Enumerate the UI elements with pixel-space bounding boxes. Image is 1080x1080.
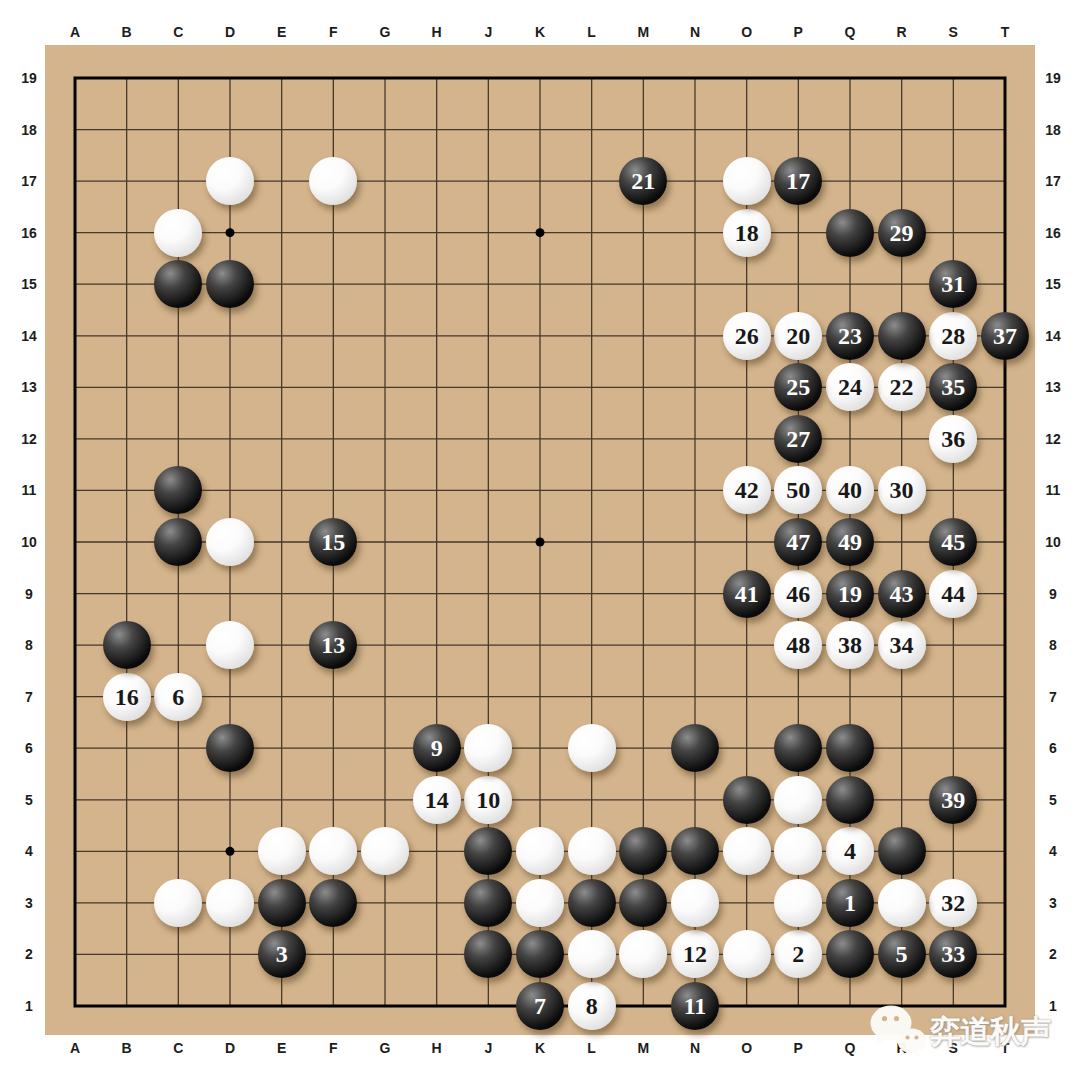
row-label-right-6: 6: [1036, 722, 1070, 774]
black-stone-C15: [154, 260, 202, 308]
col-label-top-B: B: [101, 18, 153, 46]
row-label-left-3: 3: [14, 877, 44, 929]
black-stone-S5: 39: [929, 776, 977, 824]
col-label-top-P: P: [772, 18, 824, 46]
black-stone-J2: [464, 930, 512, 978]
white-stone-L4: [568, 827, 616, 875]
white-stone-K3: [516, 879, 564, 927]
black-stone-Q3: 1: [826, 879, 874, 927]
row-label-right-11: 11: [1036, 465, 1070, 517]
black-stone-J3: [464, 879, 512, 927]
coordinate-labels-left: 19181716151413121110987654321: [14, 52, 44, 1032]
col-label-top-J: J: [462, 18, 514, 46]
black-stone-S2: 33: [929, 930, 977, 978]
black-stone-O9: 41: [723, 570, 771, 618]
white-stone-H5: 14: [413, 776, 461, 824]
white-stone-P9: 46: [774, 570, 822, 618]
row-label-left-8: 8: [14, 619, 44, 671]
white-stone-R11: 30: [878, 466, 926, 514]
white-stone-O14: 26: [723, 312, 771, 360]
white-stone-P3: [774, 879, 822, 927]
col-label-top-F: F: [308, 18, 360, 46]
col-label-top-K: K: [514, 18, 566, 46]
row-label-left-11: 11: [14, 465, 44, 517]
white-stone-S14: 28: [929, 312, 977, 360]
row-label-left-15: 15: [14, 258, 44, 310]
black-stone-N4: [671, 827, 719, 875]
row-label-left-9: 9: [14, 568, 44, 620]
white-stone-D3: [206, 879, 254, 927]
white-stone-E4: [258, 827, 306, 875]
row-label-right-4: 4: [1036, 826, 1070, 878]
black-stone-N1: 11: [671, 982, 719, 1030]
black-stone-R2: 5: [878, 930, 926, 978]
black-stone-R4: [878, 827, 926, 875]
white-stone-F17: [309, 157, 357, 205]
black-stone-S15: 31: [929, 260, 977, 308]
col-label-top-M: M: [617, 18, 669, 46]
white-stone-S12: 36: [929, 415, 977, 463]
white-stone-S3: 32: [929, 879, 977, 927]
black-stone-Q9: 19: [826, 570, 874, 618]
watermark-text: 弈道秋声: [930, 1011, 1050, 1053]
col-label-top-H: H: [411, 18, 463, 46]
white-stone-G4: [361, 827, 409, 875]
col-label-bottom-M: M: [617, 1034, 669, 1062]
col-label-bottom-D: D: [204, 1034, 256, 1062]
kifu-diagram-page: { "game": "go", "diagram_title": "", "bo…: [0, 0, 1080, 1080]
col-label-top-L: L: [566, 18, 618, 46]
col-label-bottom-P: P: [772, 1034, 824, 1062]
row-label-left-10: 10: [14, 516, 44, 568]
row-label-right-14: 14: [1036, 310, 1070, 362]
white-stone-N2: 12: [671, 930, 719, 978]
white-stone-P4: [774, 827, 822, 875]
black-stone-Q6: [826, 724, 874, 772]
black-stone-Q5: [826, 776, 874, 824]
row-label-left-12: 12: [14, 413, 44, 465]
black-stone-S13: 35: [929, 363, 977, 411]
white-stone-O16: 18: [723, 209, 771, 257]
black-stone-O5: [723, 776, 771, 824]
row-label-right-5: 5: [1036, 774, 1070, 826]
col-label-bottom-O: O: [721, 1034, 773, 1062]
black-stone-Q14: 23: [826, 312, 874, 360]
watermark: 弈道秋声: [866, 1000, 1072, 1064]
white-stone-C3: [154, 879, 202, 927]
row-label-left-16: 16: [14, 207, 44, 259]
white-stone-B7: 16: [103, 673, 151, 721]
row-label-left-1: 1: [14, 980, 44, 1032]
row-label-right-9: 9: [1036, 568, 1070, 620]
black-stone-C10: [154, 518, 202, 566]
black-stone-S10: 45: [929, 518, 977, 566]
col-label-top-Q: Q: [824, 18, 876, 46]
col-label-top-G: G: [359, 18, 411, 46]
row-label-right-17: 17: [1036, 155, 1070, 207]
white-stone-Q8: 38: [826, 621, 874, 669]
go-board: 1234567891011121314151617181920212223242…: [49, 52, 1031, 1032]
row-label-right-13: 13: [1036, 362, 1070, 414]
black-stone-Q10: 49: [826, 518, 874, 566]
white-stone-O17: [723, 157, 771, 205]
row-label-left-7: 7: [14, 671, 44, 723]
white-stone-P2: 2: [774, 930, 822, 978]
col-label-bottom-K: K: [514, 1034, 566, 1062]
col-label-top-R: R: [876, 18, 928, 46]
black-stone-J4: [464, 827, 512, 875]
col-label-bottom-N: N: [669, 1034, 721, 1062]
col-label-bottom-G: G: [359, 1034, 411, 1062]
white-stone-L1: 8: [568, 982, 616, 1030]
row-label-left-5: 5: [14, 774, 44, 826]
black-stone-D15: [206, 260, 254, 308]
white-stone-D17: [206, 157, 254, 205]
row-label-left-2: 2: [14, 929, 44, 981]
white-stone-Q11: 40: [826, 466, 874, 514]
white-stone-R13: 22: [878, 363, 926, 411]
black-stone-E2: 3: [258, 930, 306, 978]
white-stone-K4: [516, 827, 564, 875]
row-label-right-7: 7: [1036, 671, 1070, 723]
col-label-bottom-C: C: [153, 1034, 205, 1062]
row-label-right-2: 2: [1036, 929, 1070, 981]
white-stone-P8: 48: [774, 621, 822, 669]
white-stone-O11: 42: [723, 466, 771, 514]
white-stone-M2: [619, 930, 667, 978]
white-stone-F4: [309, 827, 357, 875]
row-label-right-19: 19: [1036, 52, 1070, 104]
white-stone-L2: [568, 930, 616, 978]
col-label-top-E: E: [256, 18, 308, 46]
row-label-right-3: 3: [1036, 877, 1070, 929]
col-label-bottom-L: L: [566, 1034, 618, 1062]
row-label-left-19: 19: [14, 52, 44, 104]
col-label-top-N: N: [669, 18, 721, 46]
white-stone-D8: [206, 621, 254, 669]
black-stone-K1: 7: [516, 982, 564, 1030]
white-stone-L6: [568, 724, 616, 772]
col-label-top-A: A: [49, 18, 101, 46]
col-label-bottom-H: H: [411, 1034, 463, 1062]
black-stone-P13: 25: [774, 363, 822, 411]
row-label-right-10: 10: [1036, 516, 1070, 568]
black-stone-C11: [154, 466, 202, 514]
black-stone-D6: [206, 724, 254, 772]
col-label-top-T: T: [979, 18, 1031, 46]
black-stone-Q2: [826, 930, 874, 978]
black-stone-M3: [619, 879, 667, 927]
white-stone-Q13: 24: [826, 363, 874, 411]
black-stone-P12: 27: [774, 415, 822, 463]
row-label-left-13: 13: [14, 362, 44, 414]
white-stone-C7: 6: [154, 673, 202, 721]
row-label-right-15: 15: [1036, 258, 1070, 310]
row-label-right-16: 16: [1036, 207, 1070, 259]
white-stone-C16: [154, 209, 202, 257]
white-stone-R8: 34: [878, 621, 926, 669]
row-label-left-4: 4: [14, 826, 44, 878]
coordinate-labels-right: 19181716151413121110987654321: [1036, 52, 1070, 1032]
row-label-right-18: 18: [1036, 104, 1070, 156]
row-label-left-18: 18: [14, 104, 44, 156]
col-label-bottom-E: E: [256, 1034, 308, 1062]
white-stone-N3: [671, 879, 719, 927]
black-stone-B8: [103, 621, 151, 669]
col-label-top-C: C: [153, 18, 205, 46]
row-label-left-17: 17: [14, 155, 44, 207]
wechat-icon: [866, 1003, 930, 1061]
col-label-bottom-J: J: [462, 1034, 514, 1062]
white-stone-S9: 44: [929, 570, 977, 618]
black-stone-N6: [671, 724, 719, 772]
row-label-right-8: 8: [1036, 619, 1070, 671]
white-stone-R3: [878, 879, 926, 927]
white-stone-Q4: 4: [826, 827, 874, 875]
white-stone-O2: [723, 930, 771, 978]
black-stone-M17: 21: [619, 157, 667, 205]
black-stone-R14: [878, 312, 926, 360]
black-stone-R9: 43: [878, 570, 926, 618]
white-stone-P5: [774, 776, 822, 824]
row-label-left-6: 6: [14, 722, 44, 774]
white-stone-O4: [723, 827, 771, 875]
white-stone-P14: 20: [774, 312, 822, 360]
black-stone-F10: 15: [309, 518, 357, 566]
black-stone-F8: 13: [309, 621, 357, 669]
black-stone-T14: 37: [981, 312, 1029, 360]
row-label-left-14: 14: [14, 310, 44, 362]
white-stone-J6: [464, 724, 512, 772]
col-label-top-S: S: [927, 18, 979, 46]
black-stone-K2: [516, 930, 564, 978]
white-stone-D10: [206, 518, 254, 566]
black-stone-Q16: [826, 209, 874, 257]
black-stone-E3: [258, 879, 306, 927]
white-stone-P11: 50: [774, 466, 822, 514]
white-stone-J5: 10: [464, 776, 512, 824]
black-stone-L3: [568, 879, 616, 927]
black-stone-F3: [309, 879, 357, 927]
black-stone-R16: 29: [878, 209, 926, 257]
black-stone-P6: [774, 724, 822, 772]
row-label-right-12: 12: [1036, 413, 1070, 465]
col-label-bottom-A: A: [49, 1034, 101, 1062]
col-label-bottom-F: F: [308, 1034, 360, 1062]
col-label-top-O: O: [721, 18, 773, 46]
black-stone-P17: 17: [774, 157, 822, 205]
col-label-top-D: D: [204, 18, 256, 46]
black-stone-M4: [619, 827, 667, 875]
black-stone-P10: 47: [774, 518, 822, 566]
black-stone-H6: 9: [413, 724, 461, 772]
coordinate-labels-top: ABCDEFGHJKLMNOPQRST: [49, 18, 1031, 46]
col-label-bottom-B: B: [101, 1034, 153, 1062]
